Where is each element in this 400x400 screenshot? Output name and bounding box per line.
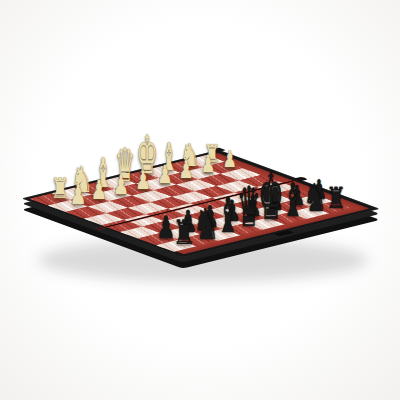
white-pawn-glyph: ♟	[201, 153, 216, 177]
black-bishop-glyph: ♝	[216, 191, 238, 240]
black-rook-glyph: ♜	[326, 182, 346, 211]
white-pawn-glyph: ♟	[135, 168, 151, 194]
white-pawn-glyph: ♟	[113, 173, 129, 199]
white-pawn-glyph: ♟	[157, 163, 172, 188]
black-rook-glyph: ♜	[173, 216, 196, 250]
white-pawn-glyph: ♟	[91, 177, 107, 204]
black-king-glyph: ♚	[258, 166, 283, 230]
black-bishop-glyph: ♝	[282, 177, 303, 223]
white-pawn-glyph: ♟	[69, 182, 86, 210]
travel-chess-set-scene: ♜♞♝♛♚♝♞♜♟♟♟♟♟♟♟♟♟♟♟♟♟♟♟♟♜♞♝♛♚♝♞♜	[0, 0, 400, 400]
white-pawn-glyph: ♟	[179, 158, 194, 183]
black-knight-glyph: ♞	[192, 203, 219, 246]
black-knight-glyph: ♞	[302, 179, 326, 218]
white-pawn-glyph: ♟	[223, 148, 237, 171]
white-rook-glyph: ♜	[50, 175, 69, 203]
black-queen-glyph: ♛	[237, 179, 261, 235]
